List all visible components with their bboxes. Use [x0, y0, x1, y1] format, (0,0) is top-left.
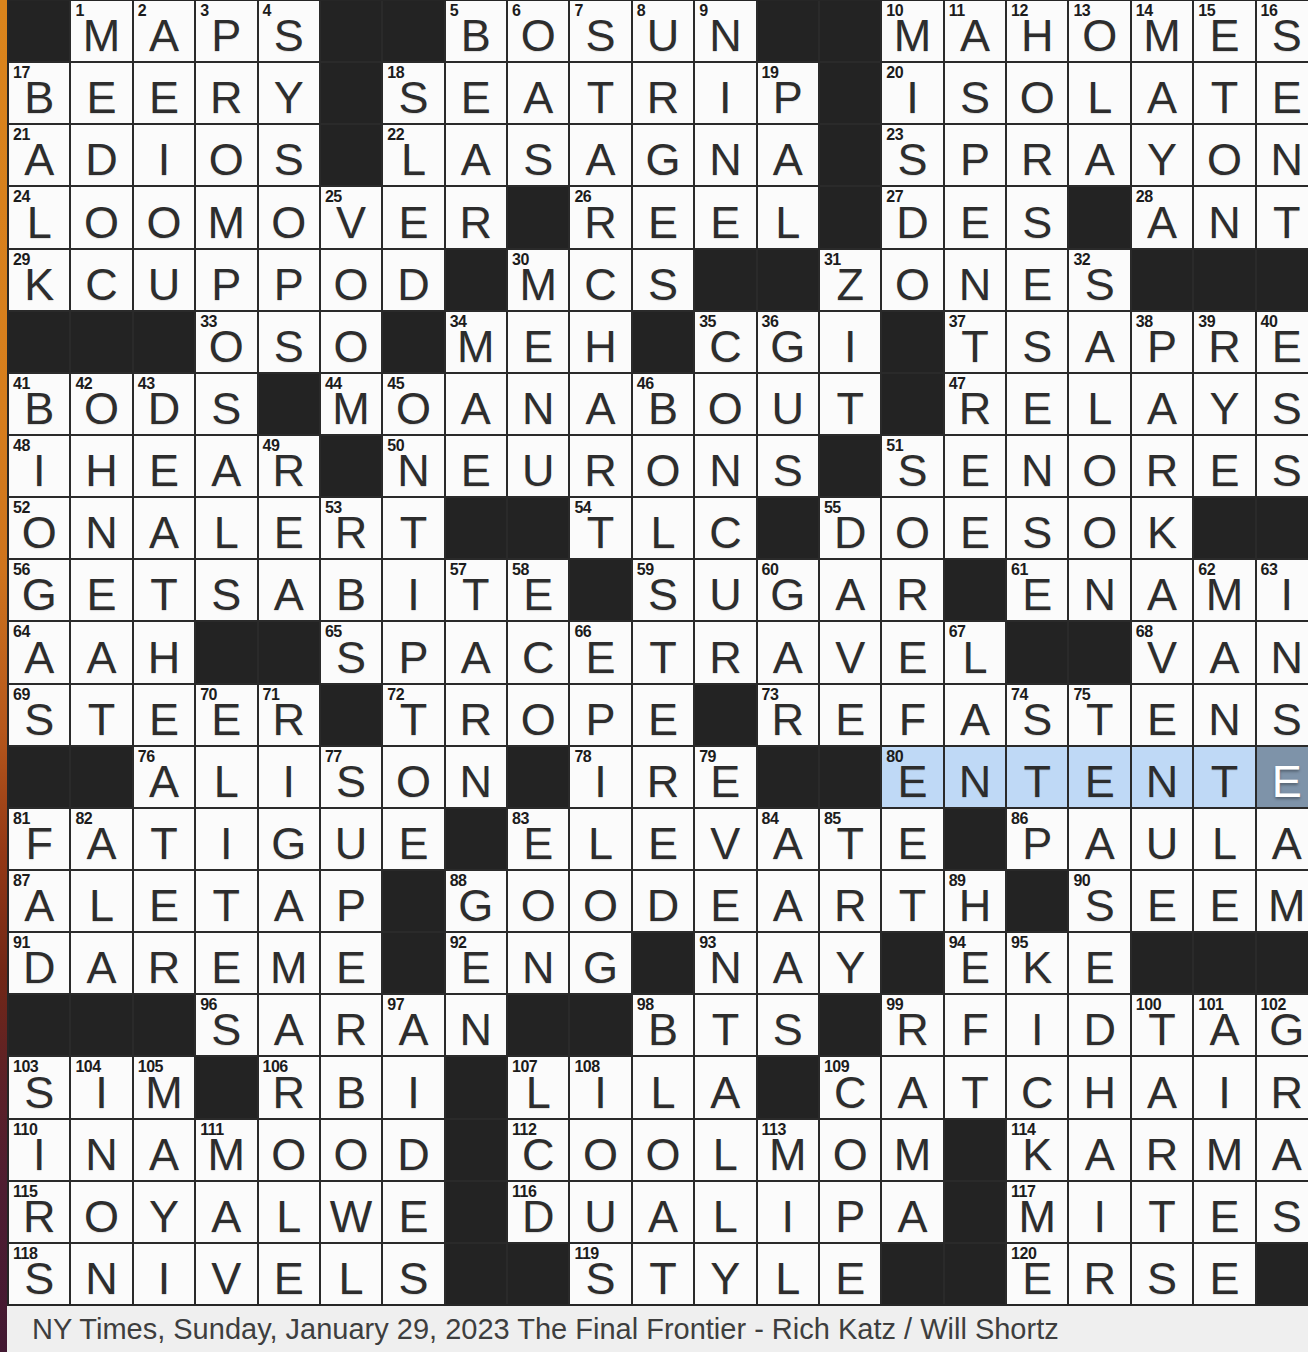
- grid-cell[interactable]: 10M: [882, 1, 942, 61]
- grid-cell[interactable]: A: [1257, 1120, 1308, 1180]
- grid-cell[interactable]: C: [1007, 1057, 1067, 1117]
- grid-cell[interactable]: 32S: [1069, 250, 1129, 310]
- grid-cell[interactable]: M: [1194, 1120, 1254, 1180]
- grid-cell[interactable]: 105M: [134, 1057, 194, 1117]
- grid-cell[interactable]: 107L: [508, 1057, 568, 1117]
- grid-cell[interactable]: A: [508, 63, 568, 123]
- grid-cell[interactable]: R: [695, 622, 755, 682]
- grid-cell[interactable]: N: [1257, 622, 1308, 682]
- grid-cell[interactable]: A: [446, 622, 506, 682]
- grid-cell[interactable]: D: [383, 1120, 443, 1180]
- grid-cell[interactable]: E: [945, 498, 1005, 558]
- grid-cell[interactable]: A: [446, 374, 506, 434]
- grid-cell[interactable]: R: [1007, 125, 1067, 185]
- grid-cell[interactable]: E: [1257, 63, 1308, 123]
- grid-cell[interactable]: E: [134, 436, 194, 496]
- grid-cell[interactable]: N: [508, 374, 568, 434]
- grid-cell[interactable]: P: [259, 250, 319, 310]
- grid-cell[interactable]: 72T: [383, 685, 443, 745]
- grid-cell[interactable]: G: [259, 809, 319, 869]
- grid-cell[interactable]: I: [758, 1182, 818, 1242]
- grid-cell[interactable]: L: [758, 1244, 818, 1304]
- grid-cell[interactable]: 25V: [321, 187, 381, 247]
- grid-cell[interactable]: I: [820, 312, 880, 372]
- grid-cell[interactable]: A: [1132, 560, 1192, 620]
- grid-cell[interactable]: N: [1257, 125, 1308, 185]
- grid-cell[interactable]: S: [1257, 685, 1308, 745]
- grid-cell[interactable]: A: [1194, 622, 1254, 682]
- grid-cell[interactable]: N: [695, 125, 755, 185]
- grid-cell[interactable]: A: [758, 622, 818, 682]
- grid-cell[interactable]: M: [1257, 871, 1308, 931]
- grid-cell[interactable]: U: [570, 1182, 630, 1242]
- grid-cell[interactable]: T: [134, 560, 194, 620]
- grid-cell[interactable]: L: [1069, 63, 1129, 123]
- grid-cell[interactable]: L: [633, 498, 693, 558]
- grid-cell[interactable]: A: [196, 1182, 256, 1242]
- grid-cell[interactable]: I: [134, 125, 194, 185]
- grid-cell[interactable]: 13O: [1069, 1, 1129, 61]
- grid-cell[interactable]: 14M: [1132, 1, 1192, 61]
- grid-cell[interactable]: 53R: [321, 498, 381, 558]
- grid-cell[interactable]: N: [695, 436, 755, 496]
- grid-cell[interactable]: 6O: [508, 1, 568, 61]
- grid-cell[interactable]: 110I: [9, 1120, 69, 1180]
- grid-cell[interactable]: Y: [695, 1244, 755, 1304]
- grid-cell[interactable]: T: [1194, 63, 1254, 123]
- grid-cell[interactable]: Y: [820, 933, 880, 993]
- grid-cell[interactable]: 36G: [758, 312, 818, 372]
- grid-cell[interactable]: R: [1257, 1057, 1308, 1117]
- grid-cell[interactable]: L: [196, 747, 256, 807]
- grid-cell[interactable]: Y: [259, 63, 319, 123]
- grid-cell[interactable]: O: [1069, 498, 1129, 558]
- grid-cell[interactable]: 68V: [1132, 622, 1192, 682]
- grid-cell[interactable]: E: [1007, 374, 1067, 434]
- grid-cell[interactable]: 31Z: [820, 250, 880, 310]
- grid-cell[interactable]: 19P: [758, 63, 818, 123]
- grid-cell[interactable]: H: [570, 312, 630, 372]
- grid-cell[interactable]: O: [882, 498, 942, 558]
- grid-cell[interactable]: P: [945, 125, 1005, 185]
- grid-cell[interactable]: E: [71, 560, 131, 620]
- grid-cell[interactable]: D: [1069, 995, 1129, 1055]
- grid-cell[interactable]: R: [321, 995, 381, 1055]
- grid-cell[interactable]: S: [1007, 187, 1067, 247]
- grid-cell[interactable]: 20I: [882, 63, 942, 123]
- grid-cell[interactable]: 101A: [1194, 995, 1254, 1055]
- grid-cell[interactable]: 24L: [9, 187, 69, 247]
- grid-cell[interactable]: L: [570, 809, 630, 869]
- grid-cell[interactable]: E: [1194, 1244, 1254, 1304]
- grid-cell[interactable]: 74S: [1007, 685, 1067, 745]
- grid-cell[interactable]: 48I: [9, 436, 69, 496]
- grid-cell[interactable]: L: [196, 498, 256, 558]
- grid-cell[interactable]: 109C: [820, 1057, 880, 1117]
- highlighted-cell[interactable]: N: [1132, 747, 1192, 807]
- grid-cell[interactable]: E: [633, 685, 693, 745]
- grid-cell[interactable]: O: [508, 871, 568, 931]
- grid-cell[interactable]: E: [446, 63, 506, 123]
- grid-cell[interactable]: 76A: [134, 747, 194, 807]
- grid-cell[interactable]: A: [570, 374, 630, 434]
- grid-cell[interactable]: 28A: [1132, 187, 1192, 247]
- grid-cell[interactable]: L: [71, 871, 131, 931]
- grid-cell[interactable]: 57T: [446, 560, 506, 620]
- grid-cell[interactable]: F: [882, 685, 942, 745]
- grid-cell[interactable]: F: [945, 995, 1005, 1055]
- grid-cell[interactable]: N: [446, 995, 506, 1055]
- selected-cell[interactable]: E: [1257, 747, 1308, 807]
- grid-cell[interactable]: G: [570, 933, 630, 993]
- grid-cell[interactable]: L: [758, 187, 818, 247]
- grid-cell[interactable]: 54T: [570, 498, 630, 558]
- grid-cell[interactable]: 18S: [383, 63, 443, 123]
- grid-cell[interactable]: N: [945, 250, 1005, 310]
- grid-cell[interactable]: A: [259, 995, 319, 1055]
- grid-cell[interactable]: 111M: [196, 1120, 256, 1180]
- grid-cell[interactable]: P: [321, 871, 381, 931]
- grid-cell[interactable]: 17B: [9, 63, 69, 123]
- grid-cell[interactable]: E: [820, 685, 880, 745]
- grid-cell[interactable]: A: [259, 560, 319, 620]
- grid-cell[interactable]: 63I: [1257, 560, 1308, 620]
- grid-cell[interactable]: E: [1132, 871, 1192, 931]
- grid-cell[interactable]: D: [383, 250, 443, 310]
- grid-cell[interactable]: 44M: [321, 374, 381, 434]
- grid-cell[interactable]: 112C: [508, 1120, 568, 1180]
- grid-cell[interactable]: 67L: [945, 622, 1005, 682]
- grid-cell[interactable]: T: [1132, 1182, 1192, 1242]
- grid-cell[interactable]: T: [882, 871, 942, 931]
- grid-cell[interactable]: 52O: [9, 498, 69, 558]
- grid-cell[interactable]: A: [71, 933, 131, 993]
- grid-cell[interactable]: E: [383, 187, 443, 247]
- grid-cell[interactable]: 47R: [945, 374, 1005, 434]
- grid-cell[interactable]: I: [383, 560, 443, 620]
- grid-cell[interactable]: O: [820, 1120, 880, 1180]
- grid-cell[interactable]: M: [259, 933, 319, 993]
- grid-cell[interactable]: N: [71, 1120, 131, 1180]
- highlighted-cell[interactable]: T: [1007, 747, 1067, 807]
- grid-cell[interactable]: O: [321, 312, 381, 372]
- grid-cell[interactable]: I: [1069, 1182, 1129, 1242]
- grid-cell[interactable]: A: [633, 1182, 693, 1242]
- grid-cell[interactable]: 70E: [196, 685, 256, 745]
- grid-cell[interactable]: U: [695, 560, 755, 620]
- highlighted-cell[interactable]: 80E: [882, 747, 942, 807]
- grid-cell[interactable]: O: [71, 187, 131, 247]
- grid-cell[interactable]: G: [633, 125, 693, 185]
- grid-cell[interactable]: 11A: [945, 1, 1005, 61]
- grid-cell[interactable]: E: [633, 809, 693, 869]
- grid-cell[interactable]: A: [570, 125, 630, 185]
- grid-cell[interactable]: 103S: [9, 1057, 69, 1117]
- grid-cell[interactable]: 50N: [383, 436, 443, 496]
- grid-cell[interactable]: 38P: [1132, 312, 1192, 372]
- grid-cell[interactable]: O: [259, 1120, 319, 1180]
- grid-cell[interactable]: 96S: [196, 995, 256, 1055]
- grid-cell[interactable]: L: [259, 1182, 319, 1242]
- grid-cell[interactable]: R: [633, 63, 693, 123]
- grid-cell[interactable]: P: [196, 250, 256, 310]
- grid-cell[interactable]: A: [758, 125, 818, 185]
- grid-cell[interactable]: S: [1007, 312, 1067, 372]
- grid-cell[interactable]: O: [882, 250, 942, 310]
- grid-cell[interactable]: 98B: [633, 995, 693, 1055]
- grid-cell[interactable]: 49R: [259, 436, 319, 496]
- grid-cell[interactable]: 40E: [1257, 312, 1308, 372]
- grid-cell[interactable]: U: [134, 250, 194, 310]
- grid-cell[interactable]: 119S: [570, 1244, 630, 1304]
- grid-cell[interactable]: 69S: [9, 685, 69, 745]
- grid-cell[interactable]: 29K: [9, 250, 69, 310]
- grid-cell[interactable]: E: [321, 933, 381, 993]
- highlighted-cell[interactable]: T: [1194, 747, 1254, 807]
- grid-cell[interactable]: C: [570, 250, 630, 310]
- grid-cell[interactable]: E: [259, 1244, 319, 1304]
- grid-cell[interactable]: U: [1132, 809, 1192, 869]
- grid-cell[interactable]: T: [134, 809, 194, 869]
- grid-cell[interactable]: T: [695, 995, 755, 1055]
- grid-cell[interactable]: L: [695, 1120, 755, 1180]
- grid-cell[interactable]: T: [945, 1057, 1005, 1117]
- grid-cell[interactable]: A: [196, 436, 256, 496]
- grid-cell[interactable]: 81F: [9, 809, 69, 869]
- grid-cell[interactable]: I: [134, 1244, 194, 1304]
- grid-cell[interactable]: L: [1194, 809, 1254, 869]
- grid-cell[interactable]: R: [1132, 436, 1192, 496]
- grid-cell[interactable]: E: [134, 685, 194, 745]
- grid-cell[interactable]: O: [134, 187, 194, 247]
- grid-cell[interactable]: O: [259, 187, 319, 247]
- grid-cell[interactable]: 120E: [1007, 1244, 1067, 1304]
- grid-cell[interactable]: 90S: [1069, 871, 1129, 931]
- grid-cell[interactable]: D: [633, 871, 693, 931]
- grid-cell[interactable]: E: [71, 63, 131, 123]
- grid-cell[interactable]: E: [695, 871, 755, 931]
- grid-cell[interactable]: A: [1069, 809, 1129, 869]
- grid-cell[interactable]: 51S: [882, 436, 942, 496]
- grid-cell[interactable]: I: [1194, 1057, 1254, 1117]
- grid-cell[interactable]: O: [570, 871, 630, 931]
- grid-cell[interactable]: T: [633, 1244, 693, 1304]
- grid-cell[interactable]: P: [570, 685, 630, 745]
- grid-cell[interactable]: 97A: [383, 995, 443, 1055]
- grid-cell[interactable]: M: [196, 187, 256, 247]
- grid-cell[interactable]: S: [196, 560, 256, 620]
- grid-cell[interactable]: C: [508, 622, 568, 682]
- grid-cell[interactable]: 89H: [945, 871, 1005, 931]
- grid-cell[interactable]: L: [321, 1244, 381, 1304]
- grid-cell[interactable]: T: [71, 685, 131, 745]
- grid-cell[interactable]: 113M: [758, 1120, 818, 1180]
- grid-cell[interactable]: T: [570, 63, 630, 123]
- grid-cell[interactable]: 4S: [259, 1, 319, 61]
- grid-cell[interactable]: E: [508, 312, 568, 372]
- grid-cell[interactable]: 64A: [9, 622, 69, 682]
- grid-cell[interactable]: A: [1132, 1057, 1192, 1117]
- grid-cell[interactable]: T: [820, 374, 880, 434]
- grid-cell[interactable]: O: [1069, 436, 1129, 496]
- grid-cell[interactable]: 117M: [1007, 1182, 1067, 1242]
- grid-cell[interactable]: R: [196, 63, 256, 123]
- grid-cell[interactable]: 115R: [9, 1182, 69, 1242]
- grid-cell[interactable]: E: [1132, 685, 1192, 745]
- grid-cell[interactable]: E: [1194, 1182, 1254, 1242]
- grid-cell[interactable]: R: [446, 187, 506, 247]
- grid-cell[interactable]: E: [695, 187, 755, 247]
- grid-cell[interactable]: 78I: [570, 747, 630, 807]
- grid-cell[interactable]: 92E: [446, 933, 506, 993]
- grid-cell[interactable]: E: [820, 1244, 880, 1304]
- grid-cell[interactable]: O: [1194, 125, 1254, 185]
- grid-cell[interactable]: 79E: [695, 747, 755, 807]
- grid-cell[interactable]: 108I: [570, 1057, 630, 1117]
- grid-cell[interactable]: 12H: [1007, 1, 1067, 61]
- grid-cell[interactable]: S: [1007, 498, 1067, 558]
- grid-cell[interactable]: 27D: [882, 187, 942, 247]
- grid-cell[interactable]: 100T: [1132, 995, 1192, 1055]
- grid-cell[interactable]: O: [508, 685, 568, 745]
- grid-cell[interactable]: 86P: [1007, 809, 1067, 869]
- grid-cell[interactable]: 82A: [71, 809, 131, 869]
- grid-cell[interactable]: S: [259, 312, 319, 372]
- grid-cell[interactable]: A: [134, 1120, 194, 1180]
- grid-cell[interactable]: E: [882, 809, 942, 869]
- grid-cell[interactable]: S: [1257, 374, 1308, 434]
- grid-cell[interactable]: M: [882, 1120, 942, 1180]
- grid-cell[interactable]: 56G: [9, 560, 69, 620]
- grid-cell[interactable]: 91D: [9, 933, 69, 993]
- grid-cell[interactable]: 106R: [259, 1057, 319, 1117]
- grid-cell[interactable]: I: [259, 747, 319, 807]
- grid-cell[interactable]: N: [1069, 560, 1129, 620]
- grid-cell[interactable]: 114K: [1007, 1120, 1067, 1180]
- grid-cell[interactable]: 116D: [508, 1182, 568, 1242]
- grid-cell[interactable]: A: [945, 685, 1005, 745]
- grid-cell[interactable]: A: [1132, 374, 1192, 434]
- grid-cell[interactable]: 66E: [570, 622, 630, 682]
- grid-cell[interactable]: N: [71, 1244, 131, 1304]
- grid-cell[interactable]: 30M: [508, 250, 568, 310]
- grid-cell[interactable]: S: [508, 125, 568, 185]
- grid-cell[interactable]: R: [1069, 1244, 1129, 1304]
- grid-cell[interactable]: A: [1069, 1120, 1129, 1180]
- grid-cell[interactable]: I: [1007, 995, 1067, 1055]
- grid-cell[interactable]: 88G: [446, 871, 506, 931]
- grid-cell[interactable]: E: [446, 436, 506, 496]
- grid-cell[interactable]: E: [882, 622, 942, 682]
- grid-cell[interactable]: K: [1132, 498, 1192, 558]
- grid-cell[interactable]: R: [570, 436, 630, 496]
- grid-cell[interactable]: 3P: [196, 1, 256, 61]
- grid-cell[interactable]: 9N: [695, 1, 755, 61]
- grid-cell[interactable]: S: [633, 250, 693, 310]
- grid-cell[interactable]: N: [446, 747, 506, 807]
- grid-cell[interactable]: E: [259, 498, 319, 558]
- grid-cell[interactable]: E: [134, 871, 194, 931]
- grid-cell[interactable]: W: [321, 1182, 381, 1242]
- grid-cell[interactable]: O: [71, 1182, 131, 1242]
- grid-cell[interactable]: 43D: [134, 374, 194, 434]
- grid-cell[interactable]: E: [1007, 250, 1067, 310]
- grid-cell[interactable]: 45O: [383, 374, 443, 434]
- grid-cell[interactable]: E: [1069, 933, 1129, 993]
- grid-cell[interactable]: T: [196, 871, 256, 931]
- grid-cell[interactable]: U: [758, 374, 818, 434]
- grid-cell[interactable]: A: [1069, 312, 1129, 372]
- grid-cell[interactable]: 16S: [1257, 1, 1308, 61]
- grid-cell[interactable]: 15E: [1194, 1, 1254, 61]
- grid-cell[interactable]: N: [71, 498, 131, 558]
- grid-cell[interactable]: N: [1194, 187, 1254, 247]
- grid-cell[interactable]: T: [633, 622, 693, 682]
- grid-cell[interactable]: 99R: [882, 995, 942, 1055]
- grid-cell[interactable]: 39R: [1194, 312, 1254, 372]
- grid-cell[interactable]: 95K: [1007, 933, 1067, 993]
- grid-cell[interactable]: V: [820, 622, 880, 682]
- grid-cell[interactable]: A: [758, 871, 818, 931]
- grid-cell[interactable]: N: [1007, 436, 1067, 496]
- grid-cell[interactable]: E: [1194, 436, 1254, 496]
- grid-cell[interactable]: 8U: [633, 1, 693, 61]
- grid-cell[interactable]: 1M: [71, 1, 131, 61]
- grid-cell[interactable]: T: [1257, 187, 1308, 247]
- grid-cell[interactable]: C: [695, 498, 755, 558]
- grid-cell[interactable]: N: [1194, 685, 1254, 745]
- grid-cell[interactable]: V: [196, 1244, 256, 1304]
- grid-cell[interactable]: 42O: [71, 374, 131, 434]
- grid-cell[interactable]: L: [633, 1057, 693, 1117]
- grid-cell[interactable]: Y: [1132, 125, 1192, 185]
- grid-cell[interactable]: R: [820, 871, 880, 931]
- grid-cell[interactable]: U: [508, 436, 568, 496]
- grid-cell[interactable]: 104I: [71, 1057, 131, 1117]
- grid-cell[interactable]: O: [321, 1120, 381, 1180]
- grid-cell[interactable]: 21A: [9, 125, 69, 185]
- grid-cell[interactable]: P: [820, 1182, 880, 1242]
- grid-cell[interactable]: E: [945, 187, 1005, 247]
- grid-cell[interactable]: A: [882, 1057, 942, 1117]
- grid-cell[interactable]: O: [321, 250, 381, 310]
- grid-cell[interactable]: A: [71, 622, 131, 682]
- grid-cell[interactable]: S: [1132, 1244, 1192, 1304]
- grid-cell[interactable]: 83E: [508, 809, 568, 869]
- grid-cell[interactable]: 37T: [945, 312, 1005, 372]
- grid-cell[interactable]: O: [633, 436, 693, 496]
- grid-cell[interactable]: 7S: [570, 1, 630, 61]
- grid-cell[interactable]: 55D: [820, 498, 880, 558]
- grid-cell[interactable]: 34M: [446, 312, 506, 372]
- grid-cell[interactable]: P: [383, 622, 443, 682]
- grid-cell[interactable]: A: [758, 933, 818, 993]
- grid-cell[interactable]: L: [1069, 374, 1129, 434]
- grid-cell[interactable]: 22L: [383, 125, 443, 185]
- grid-cell[interactable]: E: [1194, 871, 1254, 931]
- grid-cell[interactable]: 65S: [321, 622, 381, 682]
- grid-cell[interactable]: 77S: [321, 747, 381, 807]
- grid-cell[interactable]: E: [196, 933, 256, 993]
- grid-cell[interactable]: A: [259, 871, 319, 931]
- grid-cell[interactable]: R: [882, 560, 942, 620]
- grid-cell[interactable]: A: [1257, 809, 1308, 869]
- grid-cell[interactable]: E: [383, 1182, 443, 1242]
- grid-cell[interactable]: 61E: [1007, 560, 1067, 620]
- grid-cell[interactable]: L: [695, 1182, 755, 1242]
- grid-cell[interactable]: R: [446, 685, 506, 745]
- grid-cell[interactable]: 94E: [945, 933, 1005, 993]
